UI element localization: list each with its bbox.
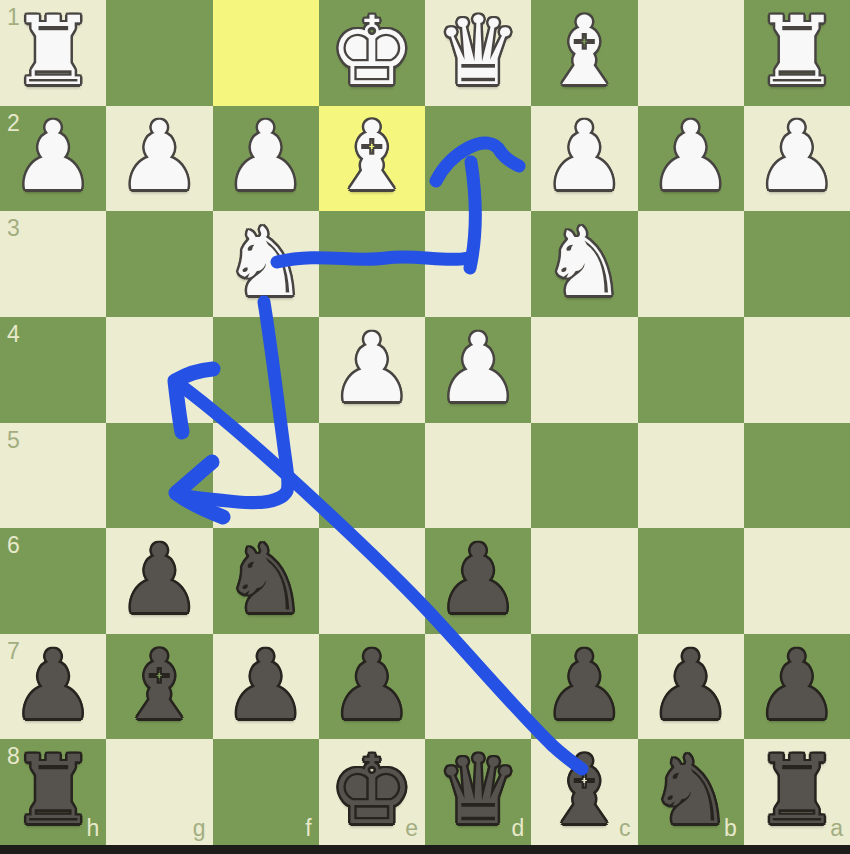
black-pawn-g6[interactable]: ♟ (117, 529, 202, 629)
square-d3[interactable] (425, 211, 531, 317)
white-queen-d1[interactable]: ♛ (436, 1, 521, 101)
square-d4[interactable]: ♟ (425, 317, 531, 423)
file-label-f: f (305, 815, 311, 842)
square-d5[interactable] (425, 423, 531, 529)
rank-label-5: 5 (7, 427, 20, 454)
square-c7[interactable]: ♟ (531, 634, 637, 740)
black-queen-d8[interactable]: ♛ (436, 740, 521, 840)
black-king-e8[interactable]: ♚ (329, 740, 414, 840)
square-f5[interactable] (213, 423, 319, 529)
square-b4[interactable] (638, 317, 744, 423)
square-h6[interactable]: 6 (0, 528, 106, 634)
white-bishop-e2[interactable]: ♝ (329, 106, 414, 206)
square-g5[interactable] (106, 423, 212, 529)
square-b2[interactable]: ♟ (638, 106, 744, 212)
white-pawn-c2[interactable]: ♟ (542, 106, 627, 206)
bottom-bar (0, 845, 850, 854)
black-pawn-b7[interactable]: ♟ (648, 635, 733, 735)
square-g8[interactable]: g (106, 739, 212, 845)
square-h3[interactable]: 3 (0, 211, 106, 317)
white-rook-h1[interactable]: ♜ (11, 1, 96, 101)
square-c8[interactable]: c♝ (531, 739, 637, 845)
white-pawn-h2[interactable]: ♟ (11, 106, 96, 206)
black-knight-f6[interactable]: ♞ (223, 529, 308, 629)
square-f7[interactable]: ♟ (213, 634, 319, 740)
white-king-e1[interactable]: ♚ (329, 1, 414, 101)
white-knight-c3[interactable]: ♞ (542, 212, 627, 312)
black-rook-a8[interactable]: ♜ (754, 740, 839, 840)
square-a4[interactable] (744, 317, 850, 423)
square-h2[interactable]: 2♟ (0, 106, 106, 212)
square-a1[interactable]: ♜ (744, 0, 850, 106)
chess-board: 1♜♚♛♝♜2♟♟♟♝♟♟♟3♞♞4♟♟56♟♞♟7♟♝♟♟♟♟♟8h♜gfe♚… (0, 0, 850, 845)
square-d6[interactable]: ♟ (425, 528, 531, 634)
square-a8[interactable]: a♜ (744, 739, 850, 845)
square-f3[interactable]: ♞ (213, 211, 319, 317)
square-e4[interactable]: ♟ (319, 317, 425, 423)
black-rook-h8[interactable]: ♜ (11, 740, 96, 840)
rank-label-3: 3 (7, 215, 20, 242)
file-label-g: g (193, 815, 206, 842)
square-f6[interactable]: ♞ (213, 528, 319, 634)
square-h8[interactable]: 8h♜ (0, 739, 106, 845)
square-e3[interactable] (319, 211, 425, 317)
white-knight-f3[interactable]: ♞ (223, 212, 308, 312)
square-h1[interactable]: 1♜ (0, 0, 106, 106)
square-b7[interactable]: ♟ (638, 634, 744, 740)
square-b3[interactable] (638, 211, 744, 317)
square-f2[interactable]: ♟ (213, 106, 319, 212)
rank-label-4: 4 (7, 321, 20, 348)
black-pawn-c7[interactable]: ♟ (542, 635, 627, 735)
white-rook-a1[interactable]: ♜ (754, 1, 839, 101)
square-c6[interactable] (531, 528, 637, 634)
square-b1[interactable] (638, 0, 744, 106)
square-a6[interactable] (744, 528, 850, 634)
square-g1[interactable] (106, 0, 212, 106)
square-f4[interactable] (213, 317, 319, 423)
square-c5[interactable] (531, 423, 637, 529)
square-c2[interactable]: ♟ (531, 106, 637, 212)
black-knight-b8[interactable]: ♞ (648, 740, 733, 840)
square-h5[interactable]: 5 (0, 423, 106, 529)
square-c1[interactable]: ♝ (531, 0, 637, 106)
square-a3[interactable] (744, 211, 850, 317)
white-pawn-g2[interactable]: ♟ (117, 106, 202, 206)
rank-label-6: 6 (7, 532, 20, 559)
white-pawn-d4[interactable]: ♟ (436, 318, 521, 418)
square-g6[interactable]: ♟ (106, 528, 212, 634)
black-pawn-h7[interactable]: ♟ (11, 635, 96, 735)
square-d8[interactable]: d♛ (425, 739, 531, 845)
square-e6[interactable] (319, 528, 425, 634)
black-pawn-a7[interactable]: ♟ (754, 635, 839, 735)
white-pawn-f2[interactable]: ♟ (223, 106, 308, 206)
white-pawn-e4[interactable]: ♟ (329, 318, 414, 418)
square-e2[interactable]: ♝ (319, 106, 425, 212)
square-e5[interactable] (319, 423, 425, 529)
square-f8[interactable]: f (213, 739, 319, 845)
square-c3[interactable]: ♞ (531, 211, 637, 317)
square-b5[interactable] (638, 423, 744, 529)
black-pawn-d6[interactable]: ♟ (436, 529, 521, 629)
square-g3[interactable] (106, 211, 212, 317)
square-c4[interactable] (531, 317, 637, 423)
square-e1[interactable]: ♚ (319, 0, 425, 106)
square-b8[interactable]: b♞ (638, 739, 744, 845)
black-bishop-c8[interactable]: ♝ (542, 740, 627, 840)
square-g7[interactable]: ♝ (106, 634, 212, 740)
black-pawn-e7[interactable]: ♟ (329, 635, 414, 735)
square-b6[interactable] (638, 528, 744, 634)
black-bishop-g7[interactable]: ♝ (117, 635, 202, 735)
square-f1[interactable] (213, 0, 319, 106)
square-d7[interactable] (425, 634, 531, 740)
square-g4[interactable] (106, 317, 212, 423)
white-pawn-a2[interactable]: ♟ (754, 106, 839, 206)
black-pawn-f7[interactable]: ♟ (223, 635, 308, 735)
square-d2[interactable] (425, 106, 531, 212)
square-g2[interactable]: ♟ (106, 106, 212, 212)
square-a7[interactable]: ♟ (744, 634, 850, 740)
square-h7[interactable]: 7♟ (0, 634, 106, 740)
square-d1[interactable]: ♛ (425, 0, 531, 106)
chess-app: 1♜♚♛♝♜2♟♟♟♝♟♟♟3♞♞4♟♟56♟♞♟7♟♝♟♟♟♟♟8h♜gfe♚… (0, 0, 850, 854)
square-a2[interactable]: ♟ (744, 106, 850, 212)
square-e8[interactable]: e♚ (319, 739, 425, 845)
square-e7[interactable]: ♟ (319, 634, 425, 740)
white-bishop-c1[interactable]: ♝ (542, 1, 627, 101)
square-a5[interactable] (744, 423, 850, 529)
white-pawn-b2[interactable]: ♟ (648, 106, 733, 206)
square-h4[interactable]: 4 (0, 317, 106, 423)
